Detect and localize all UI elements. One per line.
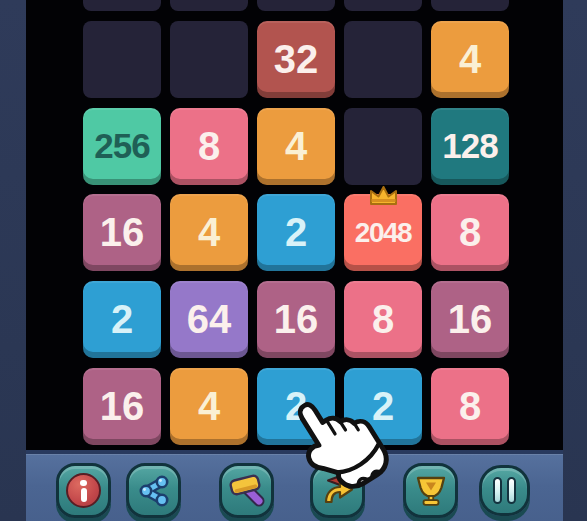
hammer-button[interactable]: [219, 463, 274, 518]
board-grid: 3242568412816422048826416816164228: [83, 0, 509, 445]
tile-16[interactable]: 16: [431, 281, 509, 358]
tile-8[interactable]: 8: [170, 108, 248, 185]
share-button[interactable]: [126, 463, 181, 518]
pause-icon: [493, 477, 516, 504]
toolbar: [0, 450, 587, 521]
empty-cell: [257, 0, 335, 11]
hammer-icon: [228, 472, 266, 510]
info-button[interactable]: [56, 463, 111, 518]
empty-cell: [83, 21, 161, 98]
tile-8[interactable]: 8: [431, 194, 509, 271]
tile-128[interactable]: 128: [431, 108, 509, 185]
game-screen: 3242568412816422048826416816164228: [0, 0, 587, 521]
tile-4[interactable]: 4: [431, 21, 509, 98]
tile-16[interactable]: 16: [257, 281, 335, 358]
left-frame: [0, 0, 26, 521]
tile-4[interactable]: 4: [170, 194, 248, 271]
tile-32[interactable]: 32: [257, 21, 335, 98]
tile-64[interactable]: 64: [170, 281, 248, 358]
trophy-button[interactable]: [403, 463, 458, 518]
empty-cell: [431, 0, 509, 11]
tile-2[interactable]: 2: [257, 194, 335, 271]
right-frame: [563, 0, 587, 521]
tile-4[interactable]: 4: [257, 108, 335, 185]
empty-cell: [170, 0, 248, 11]
empty-cell: [344, 108, 422, 185]
pause-button[interactable]: [479, 465, 530, 516]
tile-16[interactable]: 16: [83, 368, 161, 445]
trophy-icon: [413, 473, 449, 509]
tile-8[interactable]: 8: [344, 281, 422, 358]
empty-cell: [170, 21, 248, 98]
empty-cell: [83, 0, 161, 11]
info-icon: [66, 473, 101, 508]
tile-2[interactable]: 2: [83, 281, 161, 358]
crown-icon: [367, 184, 400, 207]
empty-cell: [344, 0, 422, 11]
tile-256[interactable]: 256: [83, 108, 161, 185]
empty-cell: [344, 21, 422, 98]
tile-4[interactable]: 4: [170, 368, 248, 445]
share-icon: [136, 473, 172, 509]
tile-16[interactable]: 16: [83, 194, 161, 271]
tile-8[interactable]: 8: [431, 368, 509, 445]
